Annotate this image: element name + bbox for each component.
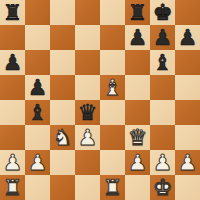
square-e8[interactable]: [100, 0, 125, 25]
square-b2[interactable]: ♟: [25, 150, 50, 175]
square-d1[interactable]: [75, 175, 100, 200]
square-a6[interactable]: ♟: [0, 50, 25, 75]
square-a1[interactable]: ♜: [0, 175, 25, 200]
square-h5[interactable]: [175, 75, 200, 100]
square-h3[interactable]: [175, 125, 200, 150]
piece-white-knight[interactable]: ♞: [50, 125, 75, 150]
square-e4[interactable]: [100, 100, 125, 125]
piece-black-rook[interactable]: ♜: [125, 0, 150, 25]
piece-white-pawn[interactable]: ♟: [175, 150, 200, 175]
square-a3[interactable]: [0, 125, 25, 150]
square-b8[interactable]: [25, 0, 50, 25]
square-h2[interactable]: ♟: [175, 150, 200, 175]
square-b4[interactable]: ♝: [25, 100, 50, 125]
piece-black-pawn[interactable]: ♟: [150, 25, 175, 50]
square-f1[interactable]: [125, 175, 150, 200]
square-g8[interactable]: ♚: [150, 0, 175, 25]
square-c2[interactable]: [50, 150, 75, 175]
square-h6[interactable]: [175, 50, 200, 75]
square-h1[interactable]: [175, 175, 200, 200]
piece-white-queen[interactable]: ♛: [125, 125, 150, 150]
piece-white-pawn[interactable]: ♟: [0, 150, 25, 175]
square-b5[interactable]: ♟: [25, 75, 50, 100]
square-c1[interactable]: [50, 175, 75, 200]
square-c3[interactable]: ♞: [50, 125, 75, 150]
square-c8[interactable]: [50, 0, 75, 25]
square-c5[interactable]: [50, 75, 75, 100]
square-a8[interactable]: ♜: [0, 0, 25, 25]
square-g3[interactable]: [150, 125, 175, 150]
square-f2[interactable]: ♟: [125, 150, 150, 175]
square-b6[interactable]: [25, 50, 50, 75]
piece-black-bishop[interactable]: ♝: [25, 100, 50, 125]
square-g6[interactable]: ♝: [150, 50, 175, 75]
square-g7[interactable]: ♟: [150, 25, 175, 50]
piece-black-bishop[interactable]: ♝: [150, 50, 175, 75]
square-b1[interactable]: [25, 175, 50, 200]
square-b7[interactable]: [25, 25, 50, 50]
square-h8[interactable]: [175, 0, 200, 25]
square-h4[interactable]: [175, 100, 200, 125]
square-d8[interactable]: [75, 0, 100, 25]
piece-white-pawn[interactable]: ♟: [75, 125, 100, 150]
square-g1[interactable]: ♚: [150, 175, 175, 200]
square-e5[interactable]: ♝: [100, 75, 125, 100]
piece-black-queen[interactable]: ♛: [75, 100, 100, 125]
square-g5[interactable]: [150, 75, 175, 100]
piece-black-king[interactable]: ♚: [150, 0, 175, 25]
square-e6[interactable]: [100, 50, 125, 75]
square-c4[interactable]: [50, 100, 75, 125]
piece-black-pawn[interactable]: ♟: [0, 50, 25, 75]
square-d2[interactable]: [75, 150, 100, 175]
chess-board: ♜♜♚♟♟♟♟♝♟♝♝♛♞♟♛♟♟♟♟♟♜♜♚: [0, 0, 200, 200]
square-d3[interactable]: ♟: [75, 125, 100, 150]
piece-white-king[interactable]: ♚: [150, 175, 175, 200]
square-b3[interactable]: [25, 125, 50, 150]
square-e2[interactable]: [100, 150, 125, 175]
square-e1[interactable]: ♜: [100, 175, 125, 200]
square-d6[interactable]: [75, 50, 100, 75]
square-a2[interactable]: ♟: [0, 150, 25, 175]
piece-black-pawn[interactable]: ♟: [125, 25, 150, 50]
square-a7[interactable]: [0, 25, 25, 50]
square-c7[interactable]: [50, 25, 75, 50]
square-f8[interactable]: ♜: [125, 0, 150, 25]
piece-black-pawn[interactable]: ♟: [175, 25, 200, 50]
square-d7[interactable]: [75, 25, 100, 50]
square-e7[interactable]: [100, 25, 125, 50]
piece-white-bishop[interactable]: ♝: [100, 75, 125, 100]
piece-white-rook[interactable]: ♜: [100, 175, 125, 200]
square-f3[interactable]: ♛: [125, 125, 150, 150]
piece-black-pawn[interactable]: ♟: [25, 75, 50, 100]
square-f4[interactable]: [125, 100, 150, 125]
square-g4[interactable]: [150, 100, 175, 125]
square-c6[interactable]: [50, 50, 75, 75]
piece-white-pawn[interactable]: ♟: [150, 150, 175, 175]
square-e3[interactable]: [100, 125, 125, 150]
piece-black-rook[interactable]: ♜: [0, 0, 25, 25]
square-f7[interactable]: ♟: [125, 25, 150, 50]
square-d5[interactable]: [75, 75, 100, 100]
square-g2[interactable]: ♟: [150, 150, 175, 175]
piece-white-pawn[interactable]: ♟: [25, 150, 50, 175]
square-h7[interactable]: ♟: [175, 25, 200, 50]
piece-white-pawn[interactable]: ♟: [125, 150, 150, 175]
square-d4[interactable]: ♛: [75, 100, 100, 125]
square-a5[interactable]: [0, 75, 25, 100]
square-f6[interactable]: [125, 50, 150, 75]
square-a4[interactable]: [0, 100, 25, 125]
square-f5[interactable]: [125, 75, 150, 100]
piece-white-rook[interactable]: ♜: [0, 175, 25, 200]
